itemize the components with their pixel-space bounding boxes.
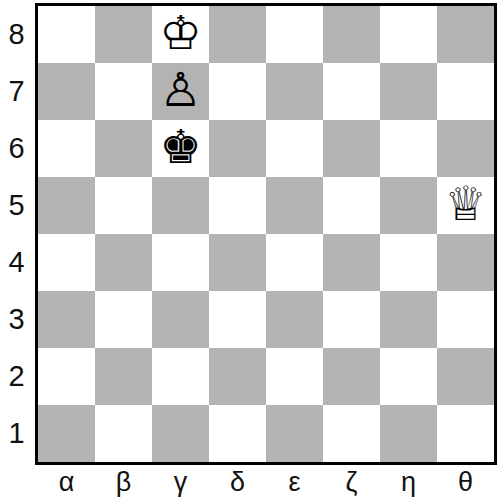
- square-α7[interactable]: [38, 63, 95, 120]
- square-β4[interactable]: [95, 234, 152, 291]
- file-label-zeta: ζ: [323, 464, 380, 500]
- square-ζ5[interactable]: [323, 177, 380, 234]
- square-β5[interactable]: [95, 177, 152, 234]
- square-γ7[interactable]: ♙: [152, 63, 209, 120]
- white-king[interactable]: ♔: [159, 9, 201, 56]
- file-label-epsilon: ε: [266, 464, 323, 500]
- square-β2[interactable]: [95, 348, 152, 405]
- square-ζ7[interactable]: [323, 63, 380, 120]
- square-α4[interactable]: [38, 234, 95, 291]
- square-ζ8[interactable]: [323, 6, 380, 63]
- white-pawn[interactable]: ♙: [159, 66, 201, 113]
- square-β8[interactable]: [95, 6, 152, 63]
- square-η2[interactable]: [380, 348, 437, 405]
- square-ε7[interactable]: [266, 63, 323, 120]
- square-ζ3[interactable]: [323, 291, 380, 348]
- file-label-beta: β: [95, 464, 152, 500]
- square-ε2[interactable]: [266, 348, 323, 405]
- square-α8[interactable]: [38, 6, 95, 63]
- square-δ7[interactable]: [209, 63, 266, 120]
- square-θ6[interactable]: [437, 120, 494, 177]
- rank-label-5: 5: [0, 177, 33, 234]
- square-ε8[interactable]: [266, 6, 323, 63]
- square-α3[interactable]: [38, 291, 95, 348]
- square-η1[interactable]: [380, 405, 437, 462]
- square-η5[interactable]: [380, 177, 437, 234]
- square-γ6[interactable]: ♚: [152, 120, 209, 177]
- square-β3[interactable]: [95, 291, 152, 348]
- square-θ7[interactable]: [437, 63, 494, 120]
- rank-labels: 8 7 6 5 4 3 2 1: [0, 6, 33, 462]
- square-ε5[interactable]: [266, 177, 323, 234]
- file-labels: α β γ δ ε ζ η θ: [38, 464, 494, 500]
- square-β1[interactable]: [95, 405, 152, 462]
- black-king[interactable]: ♚: [159, 123, 201, 170]
- file-label-gamma: γ: [152, 464, 209, 500]
- square-α1[interactable]: [38, 405, 95, 462]
- file-label-delta: δ: [209, 464, 266, 500]
- square-δ3[interactable]: [209, 291, 266, 348]
- square-δ4[interactable]: [209, 234, 266, 291]
- square-δ2[interactable]: [209, 348, 266, 405]
- square-ζ4[interactable]: [323, 234, 380, 291]
- square-δ5[interactable]: [209, 177, 266, 234]
- square-η7[interactable]: [380, 63, 437, 120]
- square-α2[interactable]: [38, 348, 95, 405]
- square-ζ1[interactable]: [323, 405, 380, 462]
- square-α5[interactable]: [38, 177, 95, 234]
- square-ζ6[interactable]: [323, 120, 380, 177]
- file-label-theta: θ: [437, 464, 494, 500]
- square-γ8[interactable]: ♔: [152, 6, 209, 63]
- square-α6[interactable]: [38, 120, 95, 177]
- rank-label-4: 4: [0, 234, 33, 291]
- square-θ5[interactable]: ♕: [437, 177, 494, 234]
- square-ζ2[interactable]: [323, 348, 380, 405]
- square-γ4[interactable]: [152, 234, 209, 291]
- square-η6[interactable]: [380, 120, 437, 177]
- file-label-eta: η: [380, 464, 437, 500]
- rank-label-2: 2: [0, 348, 33, 405]
- square-β7[interactable]: [95, 63, 152, 120]
- square-θ1[interactable]: [437, 405, 494, 462]
- square-δ6[interactable]: [209, 120, 266, 177]
- square-η4[interactable]: [380, 234, 437, 291]
- square-γ1[interactable]: [152, 405, 209, 462]
- square-γ5[interactable]: [152, 177, 209, 234]
- board: ♔♙♚♕: [35, 3, 497, 465]
- rank-label-1: 1: [0, 405, 33, 462]
- square-θ8[interactable]: [437, 6, 494, 63]
- square-θ4[interactable]: [437, 234, 494, 291]
- chess-diagram: 8 7 6 5 4 3 2 1 ♔♙♚♕ α β γ δ ε ζ η θ: [0, 0, 500, 500]
- rank-label-8: 8: [0, 6, 33, 63]
- square-ε1[interactable]: [266, 405, 323, 462]
- square-δ8[interactable]: [209, 6, 266, 63]
- square-η8[interactable]: [380, 6, 437, 63]
- rank-label-3: 3: [0, 291, 33, 348]
- square-ε6[interactable]: [266, 120, 323, 177]
- square-θ2[interactable]: [437, 348, 494, 405]
- square-ε4[interactable]: [266, 234, 323, 291]
- square-β6[interactable]: [95, 120, 152, 177]
- square-γ3[interactable]: [152, 291, 209, 348]
- rank-label-7: 7: [0, 63, 33, 120]
- square-ε3[interactable]: [266, 291, 323, 348]
- square-η3[interactable]: [380, 291, 437, 348]
- rank-label-6: 6: [0, 120, 33, 177]
- square-θ3[interactable]: [437, 291, 494, 348]
- square-δ1[interactable]: [209, 405, 266, 462]
- file-label-alpha: α: [38, 464, 95, 500]
- white-queen[interactable]: ♕: [444, 180, 486, 227]
- square-γ2[interactable]: [152, 348, 209, 405]
